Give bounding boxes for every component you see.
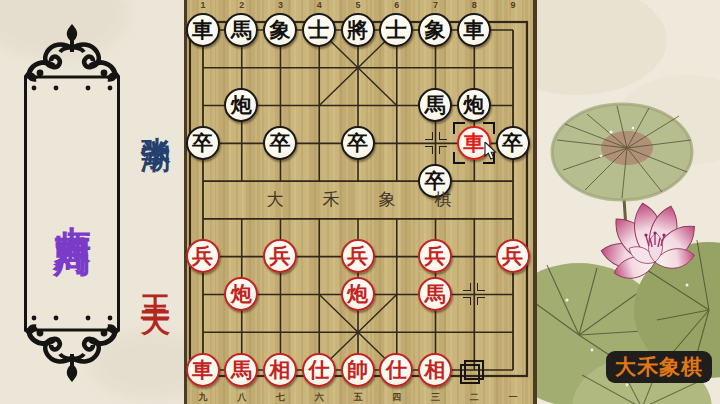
red-piece-仕[interactable]: 仕 [302, 353, 336, 387]
red-piece-相[interactable]: 相 [418, 353, 452, 387]
red-piece-炮[interactable]: 炮 [341, 277, 375, 311]
red-piece-兵[interactable]: 兵 [341, 239, 375, 273]
column-number-bottom: 七 [273, 391, 289, 404]
black-piece-馬[interactable]: 馬 [224, 13, 258, 47]
black-piece-車[interactable]: 車 [457, 13, 491, 47]
column-number-top: 4 [311, 0, 327, 10]
column-number-top: 2 [234, 0, 250, 10]
column-number-bottom: 九 [195, 391, 211, 404]
lotus-illustration [537, 0, 720, 404]
player-bottom-name: 王天一 [138, 230, 176, 352]
red-piece-馬[interactable]: 馬 [418, 277, 452, 311]
red-piece-仕[interactable]: 仕 [379, 353, 413, 387]
column-number-bottom: 二 [466, 391, 482, 404]
app-window: { "game": "xiangqi", "title_banner": "大师… [0, 0, 720, 404]
column-number-top: 8 [466, 0, 482, 10]
red-piece-相[interactable]: 相 [263, 353, 297, 387]
river-char: 象 [378, 189, 396, 211]
black-piece-卒[interactable]: 卒 [186, 126, 220, 160]
lotus-top-leaf [552, 104, 692, 200]
black-piece-象[interactable]: 象 [263, 13, 297, 47]
column-number-bottom: 五 [350, 391, 366, 404]
red-piece-兵[interactable]: 兵 [496, 239, 530, 273]
red-piece-兵[interactable]: 兵 [418, 239, 452, 273]
black-piece-將[interactable]: 將 [341, 13, 375, 47]
watermark-badge: 大禾象棋 [606, 351, 712, 383]
point-marker [463, 283, 485, 305]
column-number-top: 1 [195, 0, 211, 10]
river-char: 禾 [322, 189, 340, 211]
column-number-bottom: 八 [234, 391, 250, 404]
river-char: 棋 [434, 189, 452, 211]
black-piece-士[interactable]: 士 [302, 13, 336, 47]
column-number-top: 6 [389, 0, 405, 10]
xiangqi-board[interactable]: 車馬象士將士象車炮馬炮卒卒卒車卒卒兵兵兵兵兵炮炮馬車馬相仕帥仕相12345678… [184, 0, 537, 404]
point-marker [425, 132, 447, 154]
column-number-bottom: 三 [428, 391, 444, 404]
river-char: 大 [266, 189, 284, 211]
banner-title: 大师对局 [25, 100, 119, 312]
black-piece-卒[interactable]: 卒 [341, 126, 375, 160]
column-number-top: 3 [273, 0, 289, 10]
column-number-bottom: 四 [389, 391, 405, 404]
column-number-bottom: 一 [505, 391, 521, 404]
column-number-top: 7 [428, 0, 444, 10]
red-piece-馬[interactable]: 馬 [224, 353, 258, 387]
red-piece-炮[interactable]: 炮 [224, 277, 258, 311]
black-piece-炮[interactable]: 炮 [457, 88, 491, 122]
player-top-name: 张学潮 [138, 58, 176, 176]
column-number-top: 5 [350, 0, 366, 10]
red-piece-車[interactable]: 車 [186, 353, 220, 387]
black-piece-卒[interactable]: 卒 [496, 126, 530, 160]
black-piece-士[interactable]: 士 [379, 13, 413, 47]
column-number-top: 9 [505, 0, 521, 10]
river-label: 大 禾 象 棋 [266, 189, 452, 211]
left-panel: 大师对局 张学潮 王天一 [0, 0, 184, 404]
mouse-cursor [484, 142, 497, 160]
last-move-origin-marker [464, 360, 484, 380]
black-piece-馬[interactable]: 馬 [418, 88, 452, 122]
red-piece-兵[interactable]: 兵 [263, 239, 297, 273]
black-piece-車[interactable]: 車 [186, 13, 220, 47]
black-piece-炮[interactable]: 炮 [224, 88, 258, 122]
black-piece-象[interactable]: 象 [418, 13, 452, 47]
black-piece-卒[interactable]: 卒 [263, 126, 297, 160]
red-piece-兵[interactable]: 兵 [186, 239, 220, 273]
watermark-text: 大禾象棋 [615, 353, 703, 381]
column-number-bottom: 六 [311, 391, 327, 404]
right-panel [537, 0, 720, 404]
red-piece-帥[interactable]: 帥 [341, 353, 375, 387]
